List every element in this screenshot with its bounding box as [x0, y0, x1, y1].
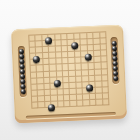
tray-marble[interactable] [113, 70, 118, 75]
grid-cell[interactable] [103, 99, 110, 105]
left-marble-tray[interactable] [18, 46, 27, 97]
tray-marble[interactable] [112, 50, 117, 55]
tray-marble[interactable] [112, 45, 117, 50]
tray-marble[interactable] [112, 55, 117, 60]
product-photo [0, 0, 140, 140]
tray-marble[interactable] [113, 65, 118, 70]
right-marble-tray[interactable] [110, 37, 119, 84]
grid [28, 31, 109, 108]
black-marble[interactable] [48, 104, 55, 111]
tray-marble[interactable] [21, 89, 26, 94]
tray-marble[interactable] [112, 60, 117, 65]
tray-marble[interactable] [113, 75, 118, 80]
tray-marble[interactable] [112, 40, 117, 45]
bottom-groove [26, 112, 116, 119]
game-board [11, 25, 127, 124]
